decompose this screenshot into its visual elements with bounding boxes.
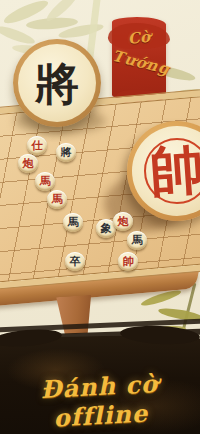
red-general-glyph: 帥 <box>148 133 200 210</box>
board-piece-red[interactable]: 炮 <box>113 212 133 231</box>
board-piece-black[interactable]: 將 <box>56 143 76 162</box>
board-piece-red[interactable]: 馬 <box>47 190 67 209</box>
board-piece-black[interactable]: 卒 <box>65 252 85 271</box>
hero-piece-face: 將 <box>18 44 96 122</box>
board-piece-red[interactable]: 帥 <box>118 252 138 271</box>
hero-piece-black-general: 將 <box>13 39 101 127</box>
promo-screen: Cờ Tướng 仕將炮馬馬馬象炮馬卒帥 將 帥 Đánh cờ offline <box>0 0 200 434</box>
board-piece-black[interactable]: 馬 <box>127 231 147 250</box>
hero-piece-face: 帥 <box>132 126 200 216</box>
board-piece-red[interactable]: 仕 <box>27 136 47 155</box>
board-piece-red[interactable]: 馬 <box>35 172 55 191</box>
board-piece-red[interactable]: 炮 <box>18 154 38 173</box>
banner-tagline: Đánh cờ offline <box>0 367 200 434</box>
black-general-glyph: 將 <box>35 55 79 114</box>
board-piece-black[interactable]: 馬 <box>63 213 83 232</box>
